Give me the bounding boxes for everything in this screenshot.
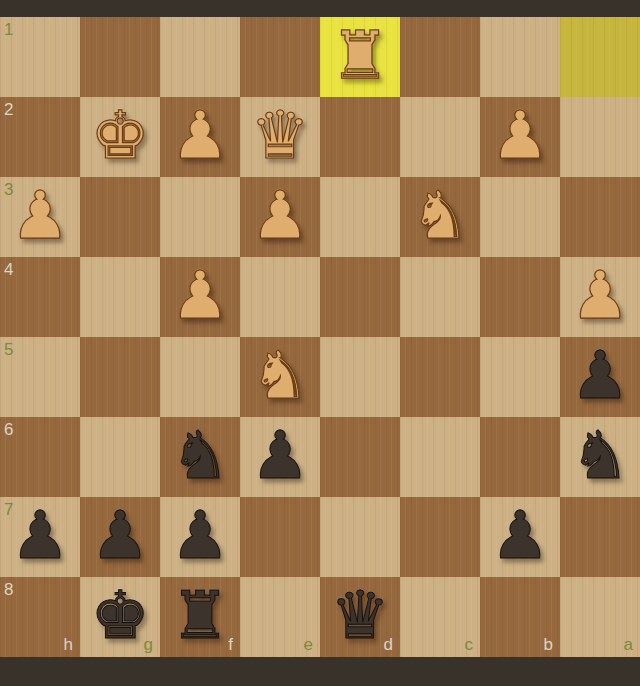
square-f1[interactable] — [160, 17, 240, 97]
square-c2[interactable] — [400, 97, 480, 177]
white-knight[interactable]: ♞ — [400, 177, 480, 257]
square-a4[interactable]: ♟ — [560, 257, 640, 337]
rank-label-4: 4 — [4, 260, 13, 280]
square-e5[interactable]: ♞ — [240, 337, 320, 417]
white-pawn[interactable]: ♟ — [560, 257, 640, 337]
square-e8[interactable]: e — [240, 577, 320, 657]
white-queen[interactable]: ♛ — [240, 97, 320, 177]
black-pawn[interactable]: ♟ — [0, 497, 80, 577]
square-g6[interactable] — [80, 417, 160, 497]
square-b2[interactable]: ♟ — [480, 97, 560, 177]
square-f4[interactable]: ♟ — [160, 257, 240, 337]
chess-app: 1♜2♚♟♛♟3♟♟♞4♟♟5♞♟6♞♟♞7♟♟♟♟8hg♚f♜ed♛cba — [0, 0, 640, 686]
square-f6[interactable]: ♞ — [160, 417, 240, 497]
square-g5[interactable] — [80, 337, 160, 417]
black-pawn[interactable]: ♟ — [80, 497, 160, 577]
bottom-bar — [0, 657, 640, 686]
square-h3[interactable]: 3♟ — [0, 177, 80, 257]
black-pawn[interactable]: ♟ — [480, 497, 560, 577]
square-a3[interactable] — [560, 177, 640, 257]
square-a7[interactable] — [560, 497, 640, 577]
square-c4[interactable] — [400, 257, 480, 337]
square-a8[interactable]: a — [560, 577, 640, 657]
square-b3[interactable] — [480, 177, 560, 257]
top-bar — [0, 0, 640, 17]
black-rook[interactable]: ♜ — [160, 577, 240, 657]
square-f5[interactable] — [160, 337, 240, 417]
file-label-e: e — [304, 635, 313, 655]
square-d5[interactable] — [320, 337, 400, 417]
square-h5[interactable]: 5 — [0, 337, 80, 417]
square-e2[interactable]: ♛ — [240, 97, 320, 177]
square-h8[interactable]: 8h — [0, 577, 80, 657]
white-pawn[interactable]: ♟ — [480, 97, 560, 177]
rank-label-1: 1 — [4, 20, 13, 40]
square-b5[interactable] — [480, 337, 560, 417]
file-label-b: b — [544, 635, 553, 655]
square-h2[interactable]: 2 — [0, 97, 80, 177]
square-b6[interactable] — [480, 417, 560, 497]
rank-label-8: 8 — [4, 580, 13, 600]
square-e6[interactable]: ♟ — [240, 417, 320, 497]
square-a5[interactable]: ♟ — [560, 337, 640, 417]
square-f7[interactable]: ♟ — [160, 497, 240, 577]
square-g2[interactable]: ♚ — [80, 97, 160, 177]
square-b1[interactable] — [480, 17, 560, 97]
square-c5[interactable] — [400, 337, 480, 417]
square-f2[interactable]: ♟ — [160, 97, 240, 177]
rank-label-6: 6 — [4, 420, 13, 440]
file-label-h: h — [64, 635, 73, 655]
black-pawn[interactable]: ♟ — [160, 497, 240, 577]
square-e1[interactable] — [240, 17, 320, 97]
square-a1[interactable] — [560, 17, 640, 97]
square-d6[interactable] — [320, 417, 400, 497]
square-d2[interactable] — [320, 97, 400, 177]
square-c6[interactable] — [400, 417, 480, 497]
rank-label-5: 5 — [4, 340, 13, 360]
square-h1[interactable]: 1 — [0, 17, 80, 97]
square-e4[interactable] — [240, 257, 320, 337]
square-b8[interactable]: b — [480, 577, 560, 657]
white-rook[interactable]: ♜ — [320, 17, 400, 97]
square-a6[interactable]: ♞ — [560, 417, 640, 497]
square-h6[interactable]: 6 — [0, 417, 80, 497]
square-d7[interactable] — [320, 497, 400, 577]
square-g1[interactable] — [80, 17, 160, 97]
white-king[interactable]: ♚ — [80, 97, 160, 177]
square-d3[interactable] — [320, 177, 400, 257]
square-d8[interactable]: d♛ — [320, 577, 400, 657]
square-c8[interactable]: c — [400, 577, 480, 657]
square-a2[interactable] — [560, 97, 640, 177]
square-c7[interactable] — [400, 497, 480, 577]
white-pawn[interactable]: ♟ — [0, 177, 80, 257]
square-h4[interactable]: 4 — [0, 257, 80, 337]
square-b7[interactable]: ♟ — [480, 497, 560, 577]
square-c3[interactable]: ♞ — [400, 177, 480, 257]
square-g4[interactable] — [80, 257, 160, 337]
white-knight[interactable]: ♞ — [240, 337, 320, 417]
square-f8[interactable]: f♜ — [160, 577, 240, 657]
square-g3[interactable] — [80, 177, 160, 257]
rank-label-2: 2 — [4, 100, 13, 120]
file-label-a: a — [624, 635, 633, 655]
white-pawn[interactable]: ♟ — [240, 177, 320, 257]
square-h7[interactable]: 7♟ — [0, 497, 80, 577]
black-pawn[interactable]: ♟ — [240, 417, 320, 497]
square-c1[interactable] — [400, 17, 480, 97]
square-g7[interactable]: ♟ — [80, 497, 160, 577]
chess-board: 1♜2♚♟♛♟3♟♟♞4♟♟5♞♟6♞♟♞7♟♟♟♟8hg♚f♜ed♛cba — [0, 17, 640, 657]
black-pawn[interactable]: ♟ — [560, 337, 640, 417]
black-queen[interactable]: ♛ — [320, 577, 400, 657]
square-e7[interactable] — [240, 497, 320, 577]
square-e3[interactable]: ♟ — [240, 177, 320, 257]
white-pawn[interactable]: ♟ — [160, 97, 240, 177]
square-f3[interactable] — [160, 177, 240, 257]
square-b4[interactable] — [480, 257, 560, 337]
square-d4[interactable] — [320, 257, 400, 337]
white-pawn[interactable]: ♟ — [160, 257, 240, 337]
square-d1[interactable]: ♜ — [320, 17, 400, 97]
square-g8[interactable]: g♚ — [80, 577, 160, 657]
black-knight[interactable]: ♞ — [560, 417, 640, 497]
black-king[interactable]: ♚ — [80, 577, 160, 657]
file-label-c: c — [465, 635, 474, 655]
black-knight[interactable]: ♞ — [160, 417, 240, 497]
